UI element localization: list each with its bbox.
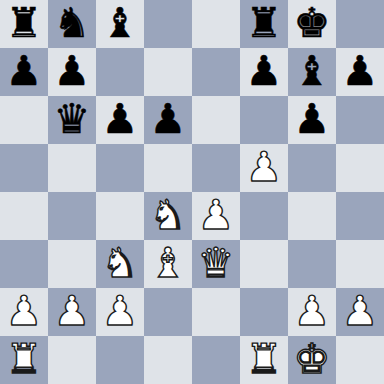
piece-black-pawn[interactable]: ♟ [102, 95, 139, 143]
piece-black-pawn[interactable]: ♟ [54, 47, 91, 95]
square-h3[interactable] [336, 240, 384, 288]
square-g6[interactable]: ♟ [288, 96, 336, 144]
square-d3[interactable]: ♝ [144, 240, 192, 288]
square-a3[interactable] [0, 240, 48, 288]
piece-white-rook[interactable]: ♜ [6, 335, 43, 383]
square-e8[interactable] [192, 0, 240, 48]
piece-white-knight[interactable]: ♞ [150, 191, 187, 239]
square-f6[interactable] [240, 96, 288, 144]
square-f2[interactable] [240, 288, 288, 336]
square-c6[interactable]: ♟ [96, 96, 144, 144]
square-g7[interactable]: ♝ [288, 48, 336, 96]
piece-white-king[interactable]: ♚ [294, 335, 331, 383]
piece-white-knight[interactable]: ♞ [102, 239, 139, 287]
piece-white-pawn[interactable]: ♟ [54, 287, 91, 335]
piece-white-pawn[interactable]: ♟ [294, 287, 331, 335]
piece-black-rook[interactable]: ♜ [246, 0, 283, 47]
square-c8[interactable]: ♝ [96, 0, 144, 48]
square-h1[interactable] [336, 336, 384, 384]
square-f3[interactable] [240, 240, 288, 288]
square-e3[interactable]: ♛ [192, 240, 240, 288]
square-c2[interactable]: ♟ [96, 288, 144, 336]
square-a1[interactable]: ♜ [0, 336, 48, 384]
square-h6[interactable] [336, 96, 384, 144]
square-c4[interactable] [96, 192, 144, 240]
piece-black-pawn[interactable]: ♟ [294, 95, 331, 143]
piece-black-pawn[interactable]: ♟ [246, 47, 283, 95]
square-g1[interactable]: ♚ [288, 336, 336, 384]
square-b2[interactable]: ♟ [48, 288, 96, 336]
square-d6[interactable]: ♟ [144, 96, 192, 144]
piece-white-pawn[interactable]: ♟ [246, 143, 283, 191]
square-g8[interactable]: ♚ [288, 0, 336, 48]
piece-black-king[interactable]: ♚ [294, 0, 331, 47]
square-d8[interactable] [144, 0, 192, 48]
piece-black-pawn[interactable]: ♟ [6, 47, 43, 95]
piece-white-bishop[interactable]: ♝ [150, 239, 187, 287]
chess-board: ♜♞♝♜♚♟♟♟♝♟♛♟♟♟♟♞♟♞♝♛♟♟♟♟♟♜♜♚ [0, 0, 384, 384]
square-e5[interactable] [192, 144, 240, 192]
square-d5[interactable] [144, 144, 192, 192]
square-g3[interactable] [288, 240, 336, 288]
square-c3[interactable]: ♞ [96, 240, 144, 288]
square-e1[interactable] [192, 336, 240, 384]
square-f4[interactable] [240, 192, 288, 240]
square-e7[interactable] [192, 48, 240, 96]
square-h4[interactable] [336, 192, 384, 240]
piece-black-queen[interactable]: ♛ [54, 95, 91, 143]
square-d1[interactable] [144, 336, 192, 384]
piece-white-queen[interactable]: ♛ [198, 239, 235, 287]
square-c7[interactable] [96, 48, 144, 96]
piece-white-pawn[interactable]: ♟ [198, 191, 235, 239]
square-f1[interactable]: ♜ [240, 336, 288, 384]
square-e4[interactable]: ♟ [192, 192, 240, 240]
piece-white-pawn[interactable]: ♟ [342, 287, 379, 335]
square-b5[interactable] [48, 144, 96, 192]
square-h5[interactable] [336, 144, 384, 192]
piece-black-rook[interactable]: ♜ [6, 0, 43, 47]
piece-black-bishop[interactable]: ♝ [102, 0, 139, 47]
square-g4[interactable] [288, 192, 336, 240]
square-e2[interactable] [192, 288, 240, 336]
square-d2[interactable] [144, 288, 192, 336]
square-a5[interactable] [0, 144, 48, 192]
square-b3[interactable] [48, 240, 96, 288]
square-b4[interactable] [48, 192, 96, 240]
square-d7[interactable] [144, 48, 192, 96]
piece-white-pawn[interactable]: ♟ [6, 287, 43, 335]
square-a4[interactable] [0, 192, 48, 240]
square-h7[interactable]: ♟ [336, 48, 384, 96]
square-c1[interactable] [96, 336, 144, 384]
square-b8[interactable]: ♞ [48, 0, 96, 48]
square-b6[interactable]: ♛ [48, 96, 96, 144]
piece-white-rook[interactable]: ♜ [246, 335, 283, 383]
square-e6[interactable] [192, 96, 240, 144]
square-a6[interactable] [0, 96, 48, 144]
square-b7[interactable]: ♟ [48, 48, 96, 96]
square-a8[interactable]: ♜ [0, 0, 48, 48]
square-a2[interactable]: ♟ [0, 288, 48, 336]
piece-white-pawn[interactable]: ♟ [102, 287, 139, 335]
square-f5[interactable]: ♟ [240, 144, 288, 192]
square-a7[interactable]: ♟ [0, 48, 48, 96]
square-f8[interactable]: ♜ [240, 0, 288, 48]
square-g2[interactable]: ♟ [288, 288, 336, 336]
square-c5[interactable] [96, 144, 144, 192]
piece-black-bishop[interactable]: ♝ [294, 47, 331, 95]
square-f7[interactable]: ♟ [240, 48, 288, 96]
square-h8[interactable] [336, 0, 384, 48]
piece-black-pawn[interactable]: ♟ [342, 47, 379, 95]
piece-black-pawn[interactable]: ♟ [150, 95, 187, 143]
square-h2[interactable]: ♟ [336, 288, 384, 336]
square-g5[interactable] [288, 144, 336, 192]
square-d4[interactable]: ♞ [144, 192, 192, 240]
piece-black-knight[interactable]: ♞ [54, 0, 91, 47]
square-b1[interactable] [48, 336, 96, 384]
